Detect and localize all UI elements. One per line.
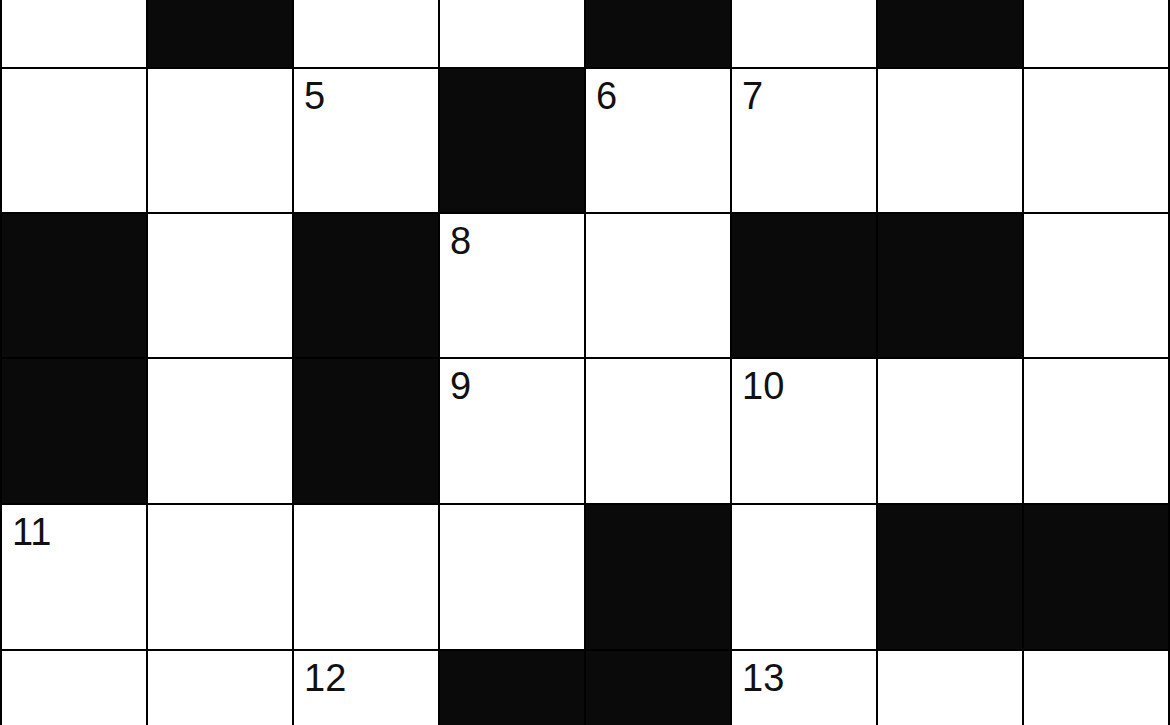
cell-r4c0[interactable]: 11 [2,505,146,649]
block-cell-r5c3 [440,651,584,725]
cell-r1c0[interactable] [2,69,146,212]
block-cell-r4c4 [586,505,730,649]
cell-r5c7[interactable] [1024,651,1168,725]
cell-r3c7[interactable] [1024,359,1168,503]
block-cell-r0c1 [148,0,292,67]
block-cell-r1c3 [440,69,584,212]
clue-number-10: 10 [742,367,784,405]
cell-r1c7[interactable] [1024,69,1168,212]
cell-r5c0[interactable] [2,651,146,725]
clue-number-9: 9 [450,367,471,405]
clue-number-8: 8 [450,222,471,260]
cell-r5c5[interactable]: 13 [732,651,876,725]
cell-r5c6[interactable] [878,651,1022,725]
clue-number-5: 5 [304,77,325,115]
cell-r0c2[interactable] [294,0,438,67]
cell-r5c2[interactable]: 12 [294,651,438,725]
clue-number-12: 12 [304,659,346,697]
cell-r3c5[interactable]: 10 [732,359,876,503]
cell-r1c2[interactable]: 5 [294,69,438,212]
crossword-board: 5678910111213 [0,0,1170,725]
block-cell-r4c7 [1024,505,1168,649]
clue-number-6: 6 [596,77,617,115]
clue-number-7: 7 [742,77,763,115]
cell-r1c5[interactable]: 7 [732,69,876,212]
block-cell-r2c0 [2,214,146,357]
cell-r3c1[interactable] [148,359,292,503]
cell-r4c5[interactable] [732,505,876,649]
cell-r0c7[interactable] [1024,0,1168,67]
block-cell-r0c4 [586,0,730,67]
cell-r2c1[interactable] [148,214,292,357]
cell-r0c0[interactable] [2,0,146,67]
cell-r3c6[interactable] [878,359,1022,503]
cell-r3c4[interactable] [586,359,730,503]
block-cell-r3c2 [294,359,438,503]
block-cell-r0c6 [878,0,1022,67]
cell-r0c3[interactable] [440,0,584,67]
block-cell-r3c0 [2,359,146,503]
cell-r4c2[interactable] [294,505,438,649]
cell-r2c3[interactable]: 8 [440,214,584,357]
clue-number-11: 11 [12,513,51,551]
block-cell-r2c6 [878,214,1022,357]
cell-r1c1[interactable] [148,69,292,212]
block-cell-r2c5 [732,214,876,357]
block-cell-r5c4 [586,651,730,725]
cell-r2c7[interactable] [1024,214,1168,357]
clue-number-13: 13 [742,659,784,697]
cell-r1c6[interactable] [878,69,1022,212]
cell-r0c5[interactable] [732,0,876,67]
block-cell-r2c2 [294,214,438,357]
cell-r3c3[interactable]: 9 [440,359,584,503]
block-cell-r4c6 [878,505,1022,649]
cell-r2c4[interactable] [586,214,730,357]
cell-r4c3[interactable] [440,505,584,649]
cell-r5c1[interactable] [148,651,292,725]
cell-r4c1[interactable] [148,505,292,649]
cell-r1c4[interactable]: 6 [586,69,730,212]
